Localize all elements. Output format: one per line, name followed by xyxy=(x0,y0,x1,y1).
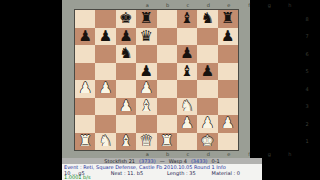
black-pawn: ♟ xyxy=(201,63,214,78)
square-d1[interactable]: ♛ xyxy=(136,133,156,151)
black-pawn: ♟ xyxy=(78,28,91,43)
square-f7[interactable] xyxy=(177,28,197,46)
square-e1[interactable]: ♜ xyxy=(157,133,177,151)
coord-label: a xyxy=(137,1,157,9)
square-h5[interactable] xyxy=(218,63,238,81)
square-b4[interactable]: ♟ xyxy=(95,80,115,98)
square-g7[interactable] xyxy=(197,28,217,46)
square-d7[interactable]: ♛ xyxy=(136,28,156,46)
square-c3[interactable]: ♟ xyxy=(116,98,136,116)
square-b6[interactable] xyxy=(95,45,115,63)
coord-label: a xyxy=(137,150,157,158)
coord-label: 2 xyxy=(301,115,313,133)
square-h1[interactable] xyxy=(218,133,238,151)
coord-label: 8 xyxy=(301,10,313,28)
engine-status: 1.0001 b/s xyxy=(64,175,91,180)
square-d3[interactable]: ♝ xyxy=(136,98,156,116)
white-pawn: ♟ xyxy=(221,116,234,131)
square-c7[interactable]: ♟ xyxy=(116,28,136,46)
square-a1[interactable]: ♜ xyxy=(75,133,95,151)
square-f2[interactable]: ♟ xyxy=(177,115,197,133)
square-a6[interactable] xyxy=(75,45,95,63)
chess-board[interactable]: ♚♜♝♞♜♟♟♟♛♟♞♟♟♝♟♟♟♟♟♝♞♟♟♟♜♞♝♛♜♚ xyxy=(74,9,239,151)
coord-label: c xyxy=(178,1,198,9)
coord-label: d xyxy=(198,150,218,158)
file-labels-bottom: abcdefgh xyxy=(137,150,300,158)
file-labels-top: abcdefgh xyxy=(137,1,300,9)
square-a5[interactable] xyxy=(75,63,95,81)
white-king: ♚ xyxy=(201,133,214,148)
square-h2[interactable]: ♟ xyxy=(218,115,238,133)
coord-label: 5 xyxy=(301,63,313,81)
move-info-line: 10 ... g5 Next : 11. b5 Length : 35 Mate… xyxy=(64,170,260,176)
white-pawn: ♟ xyxy=(78,81,91,96)
square-f5[interactable]: ♝ xyxy=(177,63,197,81)
black-bishop: ♝ xyxy=(180,63,193,78)
square-b5[interactable] xyxy=(95,63,115,81)
coord-label: 7 xyxy=(301,28,313,46)
rank-labels-right: 87654321 xyxy=(301,10,313,150)
coord-label: f xyxy=(239,1,259,9)
white-pawn: ♟ xyxy=(140,81,153,96)
square-e2[interactable] xyxy=(157,115,177,133)
square-e4[interactable] xyxy=(157,80,177,98)
square-a2[interactable] xyxy=(75,115,95,133)
coord-label: g xyxy=(259,1,279,9)
coord-label: 4 xyxy=(301,80,313,98)
white-bishop: ♝ xyxy=(140,98,153,113)
white-pawn: ♟ xyxy=(201,116,214,131)
black-pawn: ♟ xyxy=(99,28,112,43)
black-knight: ♞ xyxy=(119,46,132,61)
black-knight: ♞ xyxy=(201,11,214,26)
square-c2[interactable] xyxy=(116,115,136,133)
coord-label: g xyxy=(259,150,279,158)
square-f3[interactable]: ♞ xyxy=(177,98,197,116)
square-b2[interactable] xyxy=(95,115,115,133)
video-frame: abcdefgh 87654321 87654321 abcdefgh ♚♜♝♞… xyxy=(0,0,320,180)
square-f1[interactable] xyxy=(177,133,197,151)
square-g2[interactable]: ♟ xyxy=(197,115,217,133)
square-e6[interactable] xyxy=(157,45,177,63)
coord-label: 1 xyxy=(301,133,313,151)
square-g6[interactable] xyxy=(197,45,217,63)
square-e3[interactable] xyxy=(157,98,177,116)
square-g8[interactable]: ♞ xyxy=(197,10,217,28)
square-b7[interactable]: ♟ xyxy=(95,28,115,46)
square-g3[interactable] xyxy=(197,98,217,116)
square-d4[interactable]: ♟ xyxy=(136,80,156,98)
white-rook: ♜ xyxy=(160,133,173,148)
coord-label: 3 xyxy=(301,98,313,116)
square-c5[interactable] xyxy=(116,63,136,81)
black-rook: ♜ xyxy=(140,11,153,26)
square-h3[interactable] xyxy=(218,98,238,116)
black-pawn: ♟ xyxy=(221,28,234,43)
square-h4[interactable] xyxy=(218,80,238,98)
coord-label: e xyxy=(219,1,239,9)
white-pawn: ♟ xyxy=(119,98,132,113)
white-pawn: ♟ xyxy=(99,81,112,96)
black-rook: ♜ xyxy=(221,11,234,26)
game-length: Length : 35 xyxy=(167,170,195,176)
square-d2[interactable] xyxy=(136,115,156,133)
square-c6[interactable]: ♞ xyxy=(116,45,136,63)
coord-label: h xyxy=(280,150,300,158)
white-knight: ♞ xyxy=(99,133,112,148)
square-d8[interactable]: ♜ xyxy=(136,10,156,28)
square-f6[interactable]: ♟ xyxy=(177,45,197,63)
square-e7[interactable] xyxy=(157,28,177,46)
white-pawn: ♟ xyxy=(180,116,193,131)
coord-label: c xyxy=(178,150,198,158)
coord-label: d xyxy=(198,1,218,9)
black-king: ♚ xyxy=(119,11,132,26)
square-d6[interactable] xyxy=(136,45,156,63)
square-e8[interactable] xyxy=(157,10,177,28)
square-h6[interactable] xyxy=(218,45,238,63)
square-a4[interactable]: ♟ xyxy=(75,80,95,98)
square-b8[interactable] xyxy=(95,10,115,28)
square-f4[interactable] xyxy=(177,80,197,98)
black-queen: ♛ xyxy=(140,28,153,43)
coord-label: 6 xyxy=(301,45,313,63)
black-pawn: ♟ xyxy=(119,28,132,43)
square-f8[interactable]: ♝ xyxy=(177,10,197,28)
white-bishop: ♝ xyxy=(119,133,132,148)
square-a7[interactable]: ♟ xyxy=(75,28,95,46)
next-move: Next : 11. b5 xyxy=(111,170,143,176)
square-e5[interactable] xyxy=(157,63,177,81)
square-a8[interactable] xyxy=(75,10,95,28)
square-c1[interactable]: ♝ xyxy=(116,133,136,151)
square-h7[interactable]: ♟ xyxy=(218,28,238,46)
game-info-box: Event : Reti, Square Defense, Castle Fb … xyxy=(62,164,262,180)
square-c4[interactable] xyxy=(116,80,136,98)
square-d5[interactable]: ♟ xyxy=(136,63,156,81)
coord-label: b xyxy=(157,1,177,9)
coord-label: e xyxy=(219,150,239,158)
white-queen: ♛ xyxy=(140,133,153,148)
square-g5[interactable]: ♟ xyxy=(197,63,217,81)
square-b1[interactable]: ♞ xyxy=(95,133,115,151)
coord-label: f xyxy=(239,150,259,158)
black-bishop: ♝ xyxy=(180,11,193,26)
coord-label: h xyxy=(280,1,300,9)
square-g4[interactable] xyxy=(197,80,217,98)
square-g1[interactable]: ♚ xyxy=(197,133,217,151)
white-rook: ♜ xyxy=(78,133,91,148)
coord-label: b xyxy=(157,150,177,158)
black-pawn: ♟ xyxy=(180,46,193,61)
square-b3[interactable] xyxy=(95,98,115,116)
white-knight: ♞ xyxy=(180,98,193,113)
square-a3[interactable] xyxy=(75,98,95,116)
square-c8[interactable]: ♚ xyxy=(116,10,136,28)
black-pawn: ♟ xyxy=(140,63,153,78)
square-h8[interactable]: ♜ xyxy=(218,10,238,28)
material-balance: Material : 0 xyxy=(212,170,240,176)
